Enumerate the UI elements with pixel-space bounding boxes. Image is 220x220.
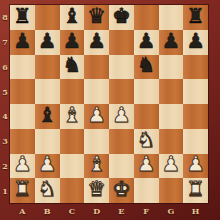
square-b4[interactable]: ♝ (35, 104, 60, 129)
file-label-f: F (134, 204, 159, 218)
black-pawn[interactable]: ♟ (13, 31, 32, 52)
square-f3[interactable]: ♞ (134, 129, 159, 154)
square-f4[interactable] (134, 104, 159, 129)
square-g8[interactable] (159, 5, 184, 30)
black-pawn[interactable]: ♟ (137, 31, 156, 52)
square-e5[interactable] (109, 79, 134, 104)
file-label-a: A (10, 204, 35, 218)
chess-board[interactable]: ♜♝♛♚♜♟♟♟♟♟♟♟♞♞♝♝♟♟♞♟♟♝♟♟♟♜♞♛♚♜ (10, 5, 208, 203)
white-pawn[interactable]: ♟ (186, 154, 205, 175)
square-g6[interactable] (159, 55, 184, 80)
white-pawn[interactable]: ♟ (87, 105, 106, 126)
white-rook[interactable]: ♜ (186, 179, 205, 200)
square-c8[interactable]: ♝ (60, 5, 85, 30)
square-g3[interactable] (159, 129, 184, 154)
square-g2[interactable]: ♟ (159, 154, 184, 179)
square-d2[interactable]: ♝ (84, 154, 109, 179)
rank-label-6: 6 (0, 55, 10, 80)
square-h6[interactable] (183, 55, 208, 80)
file-label-e: E (109, 204, 134, 218)
square-f1[interactable] (134, 178, 159, 203)
square-g7[interactable]: ♟ (159, 30, 184, 55)
square-d1[interactable]: ♛ (84, 178, 109, 203)
square-a3[interactable] (10, 129, 35, 154)
white-pawn[interactable]: ♟ (112, 105, 131, 126)
rank-label-4: 4 (0, 104, 10, 129)
square-b3[interactable] (35, 129, 60, 154)
file-label-c: C (60, 204, 85, 218)
square-d4[interactable]: ♟ (84, 104, 109, 129)
rank-labels: 87654321 (0, 5, 10, 203)
black-pawn[interactable]: ♟ (87, 31, 106, 52)
square-b8[interactable] (35, 5, 60, 30)
square-g4[interactable] (159, 104, 184, 129)
square-c4[interactable]: ♝ (60, 104, 85, 129)
square-a7[interactable]: ♟ (10, 30, 35, 55)
square-b5[interactable] (35, 79, 60, 104)
square-d5[interactable] (84, 79, 109, 104)
file-labels: ABCDEFGH (10, 204, 208, 218)
square-h1[interactable]: ♜ (183, 178, 208, 203)
white-pawn[interactable]: ♟ (137, 154, 156, 175)
file-label-g: G (159, 204, 184, 218)
square-d6[interactable] (84, 55, 109, 80)
square-b2[interactable]: ♟ (35, 154, 60, 179)
square-f6[interactable]: ♞ (134, 55, 159, 80)
board-frame: 87654321 ♜♝♛♚♜♟♟♟♟♟♟♟♞♞♝♝♟♟♞♟♟♝♟♟♟♜♞♛♚♜ … (0, 0, 220, 220)
white-pawn[interactable]: ♟ (13, 154, 32, 175)
square-a6[interactable] (10, 55, 35, 80)
file-label-h: H (183, 204, 208, 218)
rank-label-7: 7 (0, 30, 10, 55)
square-f7[interactable]: ♟ (134, 30, 159, 55)
black-pawn[interactable]: ♟ (161, 31, 180, 52)
square-f5[interactable] (134, 79, 159, 104)
square-g5[interactable] (159, 79, 184, 104)
black-bishop[interactable]: ♝ (62, 6, 81, 27)
black-king[interactable]: ♚ (112, 6, 131, 27)
white-rook[interactable]: ♜ (13, 179, 32, 200)
square-a1[interactable]: ♜ (10, 178, 35, 203)
square-f8[interactable] (134, 5, 159, 30)
square-d3[interactable] (84, 129, 109, 154)
black-knight[interactable]: ♞ (62, 55, 81, 76)
rank-label-2: 2 (0, 154, 10, 179)
square-e4[interactable]: ♟ (109, 104, 134, 129)
black-rook[interactable]: ♜ (186, 6, 205, 27)
square-e8[interactable]: ♚ (109, 5, 134, 30)
square-a8[interactable]: ♜ (10, 5, 35, 30)
black-bishop[interactable]: ♝ (38, 105, 57, 126)
square-h8[interactable]: ♜ (183, 5, 208, 30)
square-b6[interactable] (35, 55, 60, 80)
square-a2[interactable]: ♟ (10, 154, 35, 179)
square-h5[interactable] (183, 79, 208, 104)
white-pawn[interactable]: ♟ (161, 154, 180, 175)
square-d7[interactable]: ♟ (84, 30, 109, 55)
white-bishop[interactable]: ♝ (62, 105, 81, 126)
rank-label-8: 8 (0, 5, 10, 30)
file-label-b: B (35, 204, 60, 218)
square-h3[interactable] (183, 129, 208, 154)
square-f2[interactable]: ♟ (134, 154, 159, 179)
square-h2[interactable]: ♟ (183, 154, 208, 179)
black-pawn[interactable]: ♟ (38, 31, 57, 52)
square-a5[interactable] (10, 79, 35, 104)
square-e2[interactable] (109, 154, 134, 179)
square-c1[interactable] (60, 178, 85, 203)
white-pawn[interactable]: ♟ (38, 154, 57, 175)
white-queen[interactable]: ♛ (87, 179, 106, 200)
white-bishop[interactable]: ♝ (87, 154, 106, 175)
square-h7[interactable]: ♟ (183, 30, 208, 55)
black-pawn[interactable]: ♟ (62, 31, 81, 52)
file-label-d: D (84, 204, 109, 218)
square-e7[interactable] (109, 30, 134, 55)
white-knight[interactable]: ♞ (137, 130, 156, 151)
square-h4[interactable] (183, 104, 208, 129)
white-king[interactable]: ♚ (112, 179, 131, 200)
square-e1[interactable]: ♚ (109, 178, 134, 203)
black-pawn[interactable]: ♟ (186, 31, 205, 52)
square-g1[interactable] (159, 178, 184, 203)
square-a4[interactable] (10, 104, 35, 129)
square-c3[interactable] (60, 129, 85, 154)
square-c6[interactable]: ♞ (60, 55, 85, 80)
square-c5[interactable] (60, 79, 85, 104)
square-b7[interactable]: ♟ (35, 30, 60, 55)
black-rook[interactable]: ♜ (13, 6, 32, 27)
rank-label-5: 5 (0, 79, 10, 104)
square-d8[interactable]: ♛ (84, 5, 109, 30)
square-c7[interactable]: ♟ (60, 30, 85, 55)
black-queen[interactable]: ♛ (87, 6, 106, 27)
square-b1[interactable]: ♞ (35, 178, 60, 203)
square-e6[interactable] (109, 55, 134, 80)
rank-label-3: 3 (0, 129, 10, 154)
square-c2[interactable] (60, 154, 85, 179)
rank-label-1: 1 (0, 178, 10, 203)
white-knight[interactable]: ♞ (38, 179, 57, 200)
black-knight[interactable]: ♞ (137, 55, 156, 76)
square-e3[interactable] (109, 129, 134, 154)
